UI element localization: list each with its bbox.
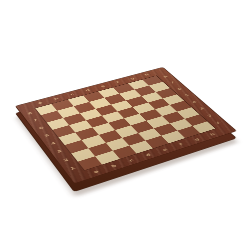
chessboard: abcdefgh abcdefgh 87654321 87654321 bbox=[15, 67, 237, 184]
product-photo: abcdefgh abcdefgh 87654321 87654321 bbox=[0, 0, 250, 250]
coordinate-label-1: 1 bbox=[66, 163, 81, 174]
